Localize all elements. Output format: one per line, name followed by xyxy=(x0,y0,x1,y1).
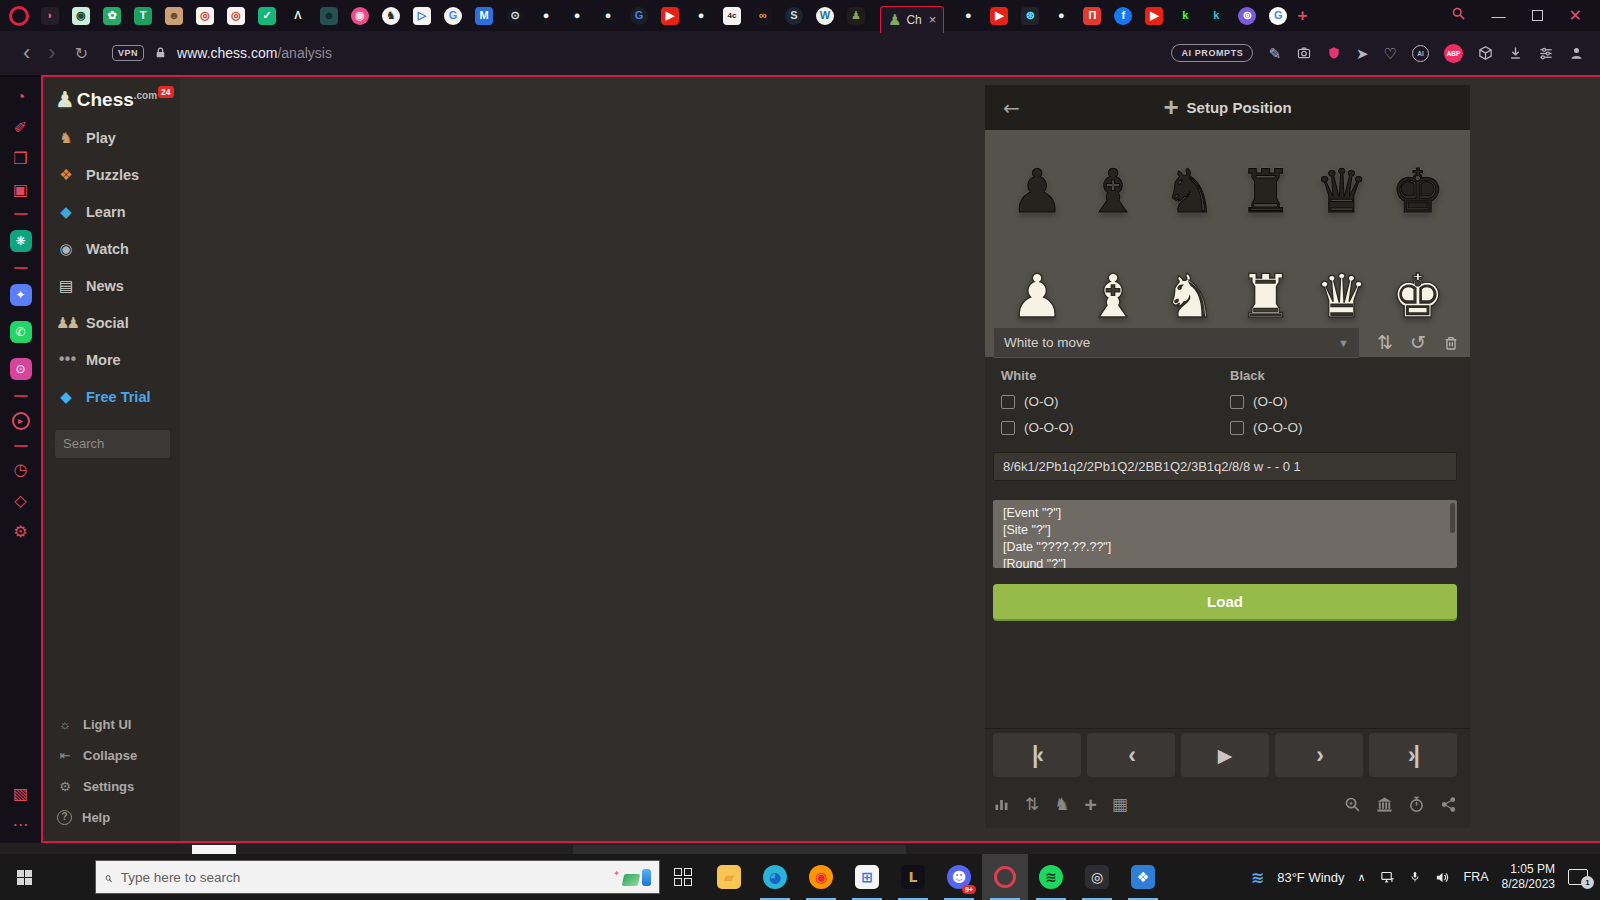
last-move-button[interactable]: ›| xyxy=(1369,733,1457,777)
black-castle-kingside-label: (O-O) xyxy=(1253,394,1288,409)
back-arrow-icon[interactable]: ← xyxy=(1003,96,1020,120)
trash-icon[interactable] xyxy=(1443,334,1459,352)
palette-white-knight[interactable]: ♞ xyxy=(1163,266,1217,326)
red-p-site-favicon: Π xyxy=(1083,7,1101,25)
new-tab-button[interactable]: + xyxy=(1297,6,1307,26)
panel-tools-left: ⇅♞+▦ xyxy=(993,794,1128,815)
weather-text[interactable]: 83°F Windy xyxy=(1277,870,1344,885)
sidebar-item-puzzles[interactable]: ❖Puzzles xyxy=(43,157,180,194)
address-bar-actions: AI PROMPTS ✎ ➤ ♡ AI ABP xyxy=(1171,44,1584,63)
active-tab-label: Ch xyxy=(906,13,921,27)
pgn-line: [Event "?"] xyxy=(1003,505,1447,522)
more-dots-icon: ••• xyxy=(56,353,76,368)
sidebar-footer: ☼Light UI⇤Collapse⚙Settings?Help xyxy=(43,709,180,843)
taskbar-app-microsoft-store[interactable]: ⊞ xyxy=(844,854,890,900)
footer-item-collapse[interactable]: ⇤Collapse xyxy=(43,740,180,771)
tab-trello[interactable]: T xyxy=(134,7,152,25)
close-button[interactable]: ✕ xyxy=(1569,6,1582,25)
file-explorer-icon: ▰ xyxy=(717,865,741,889)
settings-icon[interactable]: ⚙ xyxy=(13,524,27,540)
lambda-site-favicon: Λ xyxy=(289,7,307,25)
sidebar-item-play[interactable]: ♞Play xyxy=(43,120,180,157)
tab-lambda-site[interactable]: Λ xyxy=(289,7,307,25)
github-3-favicon: ● xyxy=(599,7,617,25)
red-ring-site-2-favicon: ◎ xyxy=(227,7,245,25)
tab-fourc-site[interactable]: 4c xyxy=(723,7,741,25)
news-icon: ▤ xyxy=(56,279,76,294)
sidebar-divider xyxy=(14,445,28,447)
weather-wind-icon[interactable]: ≋ xyxy=(1251,868,1264,887)
panel-title: Setup Position xyxy=(1187,99,1292,116)
palette-white-king[interactable]: ♚ xyxy=(1391,266,1445,326)
footer-item-help[interactable]: ?Help xyxy=(43,802,180,833)
tab-youtube-1[interactable]: ▶ xyxy=(661,7,679,25)
play-knight-icon: ♞ xyxy=(56,131,76,146)
tab-dark-globe[interactable]: ⊙ xyxy=(506,7,524,25)
ai-prompts-button[interactable]: AI PROMPTS xyxy=(1171,44,1253,62)
taskbar-app-discord[interactable]: ☻9+ xyxy=(936,854,982,900)
tab-k-teal-site[interactable]: k xyxy=(1207,7,1225,25)
bottle-illustration xyxy=(642,869,651,886)
discord-badge: 9+ xyxy=(962,885,976,894)
language-indicator[interactable]: FRA xyxy=(1464,870,1489,884)
tab-chesscom-other[interactable]: ♟ xyxy=(847,7,865,25)
opera-gx-icon xyxy=(994,866,1016,888)
notification-center-icon[interactable]: 1 xyxy=(1568,869,1588,885)
logo-notification-badge: 24 xyxy=(158,86,173,98)
reload-button[interactable]: ↻ xyxy=(75,44,88,63)
shield-vpn-icon[interactable] xyxy=(1327,45,1341,61)
taskbar-search-placeholder: Type here to search xyxy=(121,870,604,885)
github-2-favicon: ● xyxy=(568,7,586,25)
sidebar-item-label: Puzzles xyxy=(86,167,139,183)
tab-google[interactable]: G xyxy=(444,7,462,25)
instagram-icon[interactable]: ⊙ xyxy=(10,358,32,380)
lichess-favicon: ♞ xyxy=(382,7,400,25)
history-icon[interactable]: ◷ xyxy=(14,462,28,478)
next-move-button[interactable]: › xyxy=(1275,733,1363,777)
more-icon[interactable]: ⋯ xyxy=(13,817,29,833)
practice-timer-icon[interactable] xyxy=(1408,796,1425,813)
window-controls: — ✕ xyxy=(1451,6,1600,25)
extensions-icon[interactable]: ◇ xyxy=(14,493,26,509)
send-to-device-icon[interactable]: ➤ xyxy=(1356,46,1369,61)
clock-date: 8/28/2023 xyxy=(1502,877,1555,892)
settings-gear-icon: ⚙ xyxy=(57,779,73,794)
purple-app-favicon: ⊚ xyxy=(1238,7,1256,25)
first-move-button[interactable]: |‹ xyxy=(993,733,1081,777)
panel-tools: ⇅♞+▦ xyxy=(993,791,1457,817)
turn-row: White to move ▼ ⇅ ↺ xyxy=(993,327,1462,358)
tab-wordpress[interactable]: W xyxy=(816,7,834,25)
microsoft-store-icon: ⊞ xyxy=(855,865,879,889)
tab-kick[interactable]: k xyxy=(1176,7,1194,25)
youtube-2-favicon: ▶ xyxy=(990,7,1008,25)
tab-todo-check[interactable]: ✓ xyxy=(258,7,276,25)
windows-taskbar: ⌕ Type here to search ✦ ▰◕◉⊞L☻9+≋◎❖ ≋ 83… xyxy=(0,854,1600,900)
clock-time: 1:05 PM xyxy=(1502,862,1555,877)
aria-ai-icon[interactable]: AI xyxy=(1412,45,1429,62)
turn-select-value: White to move xyxy=(1004,335,1090,350)
url-host[interactable]: www.chess.com xyxy=(177,45,277,61)
footer-item-label: Settings xyxy=(83,779,134,794)
dribbble-favicon: ◉ xyxy=(351,7,369,25)
learn-cap-icon: ◆ xyxy=(56,205,76,220)
fourc-site-favicon: 4c xyxy=(723,7,741,25)
google-favicon: G xyxy=(444,7,462,25)
tab-youtube-2[interactable]: ▶ xyxy=(990,7,1008,25)
s-dark-site-favicon: S xyxy=(785,7,803,25)
system-tray: ≋ 83°F Windy ∧ FRA 1:05 PM 8/28/2023 1 xyxy=(1251,862,1600,892)
chesscom-other-favicon: ♟ xyxy=(847,7,865,25)
downloads-icon[interactable] xyxy=(1508,45,1523,61)
taskbar-app-spotify[interactable]: ≋ xyxy=(1028,854,1074,900)
opera-menu-icon[interactable] xyxy=(9,6,29,26)
white-castle-queenside-row: (O-O-O) xyxy=(1001,420,1221,435)
fen-input[interactable] xyxy=(993,452,1457,481)
pgn-line: [Site "?"] xyxy=(1003,522,1447,539)
white-castling-group: White (O-O) (O-O-O) xyxy=(1001,368,1221,435)
tab-close-icon[interactable]: × xyxy=(929,12,937,27)
youtube-3-favicon: ▶ xyxy=(1145,7,1163,25)
tab-strip-tabs: ◗◉✿T☻◎◎✓Λ☻◉♞▷GM⊙●●●G▶●4c∞SW♟♟Ch×●▶⊛●Πf▶k… xyxy=(41,2,1287,30)
taskbar-search[interactable]: ⌕ Type here to search ✦ xyxy=(95,860,660,894)
social-icon: ♟♟ xyxy=(56,316,76,331)
network-icon[interactable] xyxy=(1379,870,1396,885)
task-view-icon xyxy=(674,868,692,886)
tab-github-3[interactable]: ● xyxy=(599,7,617,25)
tab-react-docs[interactable]: ⊛ xyxy=(1021,7,1039,25)
add-line-icon[interactable]: + xyxy=(1085,794,1097,815)
move-navigation: |‹‹▶››| xyxy=(993,733,1457,777)
sidebar-item-watch[interactable]: ◉Watch xyxy=(43,231,180,268)
github-4-favicon: ● xyxy=(692,7,710,25)
viewport-frame-top xyxy=(41,75,1600,77)
tab-video-play[interactable]: ▷ xyxy=(413,7,431,25)
black-castle-queenside-row: (O-O-O) xyxy=(1230,420,1450,435)
panel-divider xyxy=(985,728,1470,729)
taskbar-app-firefox[interactable]: ◉ xyxy=(798,854,844,900)
snapshot-icon[interactable]: ▧ xyxy=(13,786,28,802)
sidebar-item-label: Social xyxy=(86,315,129,331)
taskbar-app-opera-gx[interactable] xyxy=(982,854,1028,900)
infinity-app-favicon: ∞ xyxy=(754,7,772,25)
logo-suffix: .com xyxy=(134,90,157,101)
pgn-textarea[interactable]: [Event "?"][Site "?"][Date "????.??.??"]… xyxy=(993,500,1457,568)
tab-facebook[interactable]: f xyxy=(1114,7,1132,25)
diamond-icon: ◆ xyxy=(56,390,76,405)
collapse-icon: ⇤ xyxy=(57,748,73,763)
video-play-favicon: ▷ xyxy=(413,7,431,25)
palette-black-queen[interactable]: ♛ xyxy=(1315,161,1369,221)
github-5-favicon: ● xyxy=(959,7,977,25)
tab-github-5[interactable]: ● xyxy=(959,7,977,25)
snapshot-camera-icon[interactable] xyxy=(1296,46,1312,60)
forward-button[interactable]: › xyxy=(48,42,55,64)
tab-red-ring-site-1[interactable]: ◎ xyxy=(196,7,214,25)
free-trial-label: Free Trial xyxy=(86,389,150,405)
tab-mj-app[interactable]: M xyxy=(475,7,493,25)
sidebar-item-label: News xyxy=(86,278,124,294)
black-castling-label: Black xyxy=(1230,368,1450,383)
white-castle-kingside-row: (O-O) xyxy=(1001,394,1221,409)
black-castle-kingside-row: (O-O) xyxy=(1230,394,1450,409)
gx-games-favicon: ◗ xyxy=(41,7,59,25)
minimize-button[interactable]: — xyxy=(1492,8,1506,24)
pgn-line: [Round "?"] xyxy=(1003,556,1447,568)
profile-icon[interactable] xyxy=(1569,45,1584,61)
white-castle-kingside-checkbox[interactable] xyxy=(1001,395,1015,409)
sidebar-divider xyxy=(14,395,28,397)
tab-green-app[interactable]: ✿ xyxy=(103,7,121,25)
tab-lichess[interactable]: ♞ xyxy=(382,7,400,25)
sidebar-item-social[interactable]: ♟♟Social xyxy=(43,305,180,342)
white-castling-label: White xyxy=(1001,368,1221,383)
sidebar-item-label: Learn xyxy=(86,204,126,220)
tab-red-p-site[interactable]: Π xyxy=(1083,7,1101,25)
sidebar-box-icon[interactable] xyxy=(1478,45,1493,61)
help-icon: ? xyxy=(57,810,72,825)
taskbar-apps: ▰◕◉⊞L☻9+≋◎❖ xyxy=(706,854,1166,900)
white-castle-queenside-checkbox[interactable] xyxy=(1001,421,1015,435)
chatgpt-icon[interactable]: ❋ xyxy=(10,230,32,252)
panel-header: ← + Setup Position xyxy=(985,85,1470,130)
palette-black-knight[interactable]: ♞ xyxy=(1163,161,1217,221)
palette-white-rook[interactable]: ♜ xyxy=(1239,266,1293,326)
chesscom-logo[interactable]: ♟ Chess .com 24 xyxy=(43,77,180,120)
avatar-photo-favicon: ☻ xyxy=(165,7,183,25)
load-button[interactable]: Load xyxy=(993,584,1457,619)
share-icon[interactable] xyxy=(1440,796,1457,813)
sidebar-item-label: More xyxy=(86,352,121,368)
tab-youtube-3[interactable]: ▶ xyxy=(1145,7,1163,25)
github-6-favicon: ● xyxy=(1052,7,1070,25)
black-castling-group: Black (O-O) (O-O-O) xyxy=(1230,368,1450,435)
search-illustration: ✦ xyxy=(613,869,651,886)
tab-fingerprint-app[interactable]: ◉ xyxy=(72,7,90,25)
sidebar-nav: ♞Play❖Puzzles◆Learn◉Watch▤News♟♟Social••… xyxy=(43,120,180,416)
start-button[interactable] xyxy=(0,854,48,900)
tab-google-dark[interactable]: G xyxy=(630,7,648,25)
maximize-button[interactable] xyxy=(1532,10,1543,21)
setup-position-panel: ← + Setup Position ♟♝♞♜♛♚♟♝♞♜♛♚ White to… xyxy=(985,85,1470,828)
tab-dark-photo[interactable]: ☻ xyxy=(320,7,338,25)
analysis-chart-icon[interactable] xyxy=(993,796,1010,812)
edit-note-icon[interactable]: ✎ xyxy=(1268,46,1281,61)
notification-badge: 1 xyxy=(1581,876,1594,889)
player-icon[interactable]: ▸ xyxy=(12,412,30,430)
turn-select[interactable]: White to move ▼ xyxy=(993,327,1360,358)
search-input[interactable]: Search xyxy=(55,430,170,458)
twitch-icon[interactable]: ❐ xyxy=(13,151,27,167)
mj-app-favicon: M xyxy=(475,7,493,25)
dark-recorder-icon: ◎ xyxy=(1085,865,1109,889)
chesscom-favicon: ♟ xyxy=(888,11,901,29)
footer-item-label: Collapse xyxy=(83,748,137,763)
back-button[interactable]: ‹ xyxy=(23,42,30,64)
footer-item-settings[interactable]: ⚙Settings xyxy=(43,771,180,802)
opera-sidebar: ◔✐❐▣❋✦✆⊙▸◷◇⚙▧⋯ xyxy=(0,77,41,843)
pgn-lines: [Event "?"][Site "?"][Date "????.??.??"]… xyxy=(1003,505,1447,568)
youtube-1-favicon: ▶ xyxy=(661,7,679,25)
black-castle-kingside-checkbox[interactable] xyxy=(1230,395,1244,409)
address-bar: ‹ › ↻ VPN www.chess.com/analysis AI PROM… xyxy=(0,31,1600,75)
sidebar-item-news[interactable]: ▤News xyxy=(43,268,180,305)
tab-red-ring-site-2[interactable]: ◎ xyxy=(227,7,245,25)
board-editor-icon[interactable]: ▦ xyxy=(1112,796,1128,813)
tab-github-4[interactable]: ● xyxy=(692,7,710,25)
tab-avatar-photo[interactable]: ☻ xyxy=(165,7,183,25)
puzzles-icon: ❖ xyxy=(56,168,76,183)
sidebar-divider xyxy=(14,213,28,215)
firefox-icon: ◉ xyxy=(809,865,833,889)
photos-icon: ❖ xyxy=(1131,865,1155,889)
browser-search-icon[interactable] xyxy=(1451,6,1466,25)
dark-globe-favicon: ⊙ xyxy=(506,7,524,25)
viewport-frame-bottom xyxy=(41,841,1600,843)
tab-purple-app[interactable]: ⊚ xyxy=(1238,7,1256,25)
google-dark-favicon: G xyxy=(630,7,648,25)
react-docs-favicon: ⊛ xyxy=(1021,7,1039,25)
messenger-icon[interactable]: ✦ xyxy=(10,284,32,306)
vpn-badge[interactable]: VPN xyxy=(112,45,144,61)
tab-infinity-app[interactable]: ∞ xyxy=(754,7,772,25)
footer-item-label: Help xyxy=(82,810,110,825)
palette-white-bishop[interactable]: ♝ xyxy=(1086,266,1140,326)
gx-corner-icon[interactable]: ▣ xyxy=(13,182,28,198)
browser-tab-strip: ◗◉✿T☻◎◎✓Λ☻◉♞▷GM⊙●●●G▶●4c∞SW♟♟Ch×●▶⊛●Πf▶k… xyxy=(0,0,1600,31)
search-placeholder: Search xyxy=(63,436,104,451)
reset-board-icon[interactable]: ↺ xyxy=(1410,333,1426,352)
black-castle-queenside-label: (O-O-O) xyxy=(1253,420,1303,435)
black-castle-queenside-checkbox[interactable] xyxy=(1230,421,1244,435)
light-ui-icon: ☼ xyxy=(57,717,73,732)
taskbar-app-file-explorer[interactable]: ▰ xyxy=(706,854,752,900)
chevron-down-icon: ▼ xyxy=(1338,337,1349,349)
settings-sliders-icon[interactable] xyxy=(1538,46,1554,61)
palette-black-rook[interactable]: ♜ xyxy=(1239,161,1293,221)
sidebar-item-label: Watch xyxy=(86,241,129,257)
league-of-legends-icon: L xyxy=(901,865,925,889)
logo-pawn-icon: ♟ xyxy=(55,90,75,110)
white-castle-kingside-label: (O-O) xyxy=(1024,394,1059,409)
kick-favicon: k xyxy=(1176,7,1194,25)
todo-check-favicon: ✓ xyxy=(258,7,276,25)
speed-dial-icon[interactable]: ◔ xyxy=(16,89,26,105)
setup-plus-icon: + xyxy=(1163,97,1178,118)
tab-s-dark-site[interactable]: S xyxy=(785,7,803,25)
tab-github-6[interactable]: ● xyxy=(1052,7,1070,25)
pgn-line: [Date "????.??.??"] xyxy=(1003,539,1447,556)
background-window-sliver xyxy=(192,845,236,854)
lock-icon[interactable] xyxy=(154,46,167,60)
palette-white-queen[interactable]: ♛ xyxy=(1315,266,1369,326)
tray-chevron-icon[interactable]: ∧ xyxy=(1358,871,1366,884)
taskbar-app-edge[interactable]: ◕ xyxy=(752,854,798,900)
pieces-setup-icon[interactable]: ♞ xyxy=(1054,796,1069,813)
taskbar-app-dark-recorder[interactable]: ◎ xyxy=(1074,854,1120,900)
viewport-frame-left xyxy=(41,75,43,843)
tab-github-2[interactable]: ● xyxy=(568,7,586,25)
spotify-icon: ≋ xyxy=(1039,865,1063,889)
windows-logo-icon xyxy=(17,870,32,885)
footer-item-light-ui[interactable]: ☼Light UI xyxy=(43,709,180,740)
taskbar-app-league-of-legends[interactable]: L xyxy=(890,854,936,900)
trello-favicon: T xyxy=(134,7,152,25)
sidebar-item-more[interactable]: •••More xyxy=(43,342,180,379)
zoom-icon[interactable] xyxy=(1344,796,1361,813)
flip-board-icon[interactable]: ⇅ xyxy=(1025,796,1039,813)
footer-item-label: Light UI xyxy=(83,717,131,732)
watch-binoculars-icon: ◉ xyxy=(56,242,76,257)
active-tab[interactable]: ♟Ch× xyxy=(880,6,944,33)
google-2-favicon: G xyxy=(1269,7,1287,25)
cleaner-icon[interactable]: ✐ xyxy=(14,120,27,136)
logo-text: Chess xyxy=(77,90,134,109)
red-ring-site-1-favicon: ◎ xyxy=(196,7,214,25)
volume-icon[interactable] xyxy=(1434,870,1451,885)
url-path[interactable]: /analysis xyxy=(277,45,331,61)
flip-colors-icon[interactable]: ⇅ xyxy=(1377,333,1393,352)
whatsapp-icon[interactable]: ✆ xyxy=(10,321,32,343)
pgn-scrollbar[interactable] xyxy=(1450,503,1455,533)
wordpress-favicon: W xyxy=(816,7,834,25)
adblock-plus-icon[interactable]: ABP xyxy=(1444,44,1463,63)
prev-move-button[interactable]: ‹ xyxy=(1087,733,1175,777)
clock[interactable]: 1:05 PM 8/28/2023 xyxy=(1502,862,1555,892)
sidebar-item-label: Play xyxy=(86,130,116,146)
task-view-button[interactable] xyxy=(660,854,706,900)
book-illustration xyxy=(622,874,641,886)
tab-gx-games[interactable]: ◗ xyxy=(41,7,59,25)
white-castle-queenside-label: (O-O-O) xyxy=(1024,420,1074,435)
opening-explorer-icon[interactable] xyxy=(1376,796,1393,813)
sidebar-divider xyxy=(14,267,28,269)
facebook-favicon: f xyxy=(1114,7,1132,25)
palette-black-king[interactable]: ♚ xyxy=(1391,161,1445,221)
chesscom-sidebar: ♟ Chess .com 24 ♞Play❖Puzzles◆Learn◉Watc… xyxy=(43,77,180,843)
palette-black-bishop[interactable]: ♝ xyxy=(1086,161,1140,221)
palette-black-pawn[interactable]: ♟ xyxy=(1010,161,1064,221)
tab-google-2[interactable]: G xyxy=(1269,7,1287,25)
panel-tools-right xyxy=(1344,796,1457,813)
edge-icon: ◕ xyxy=(763,865,787,889)
taskbar-app-photos[interactable]: ❖ xyxy=(1120,854,1166,900)
sidebar-item-learn[interactable]: ◆Learn xyxy=(43,194,180,231)
dark-photo-favicon: ☻ xyxy=(320,7,338,25)
play-button[interactable]: ▶ xyxy=(1181,733,1269,777)
taskbar-search-icon: ⌕ xyxy=(104,869,112,886)
microphone-icon[interactable] xyxy=(1409,869,1421,885)
fingerprint-app-favicon: ◉ xyxy=(72,7,90,25)
palette-white-pawn[interactable]: ♟ xyxy=(1010,266,1064,326)
favorite-heart-icon[interactable]: ♡ xyxy=(1384,46,1397,61)
green-app-favicon: ✿ xyxy=(103,7,121,25)
k-teal-site-favicon: k xyxy=(1207,7,1225,25)
github-1-favicon: ● xyxy=(537,7,555,25)
tab-dribbble[interactable]: ◉ xyxy=(351,7,369,25)
background-window-strip xyxy=(573,845,906,854)
tab-github-1[interactable]: ● xyxy=(537,7,555,25)
sidebar-item-free-trial[interactable]: ◆Free Trial xyxy=(43,379,180,416)
piece-palette: ♟♝♞♜♛♚♟♝♞♜♛♚ xyxy=(985,130,1470,357)
